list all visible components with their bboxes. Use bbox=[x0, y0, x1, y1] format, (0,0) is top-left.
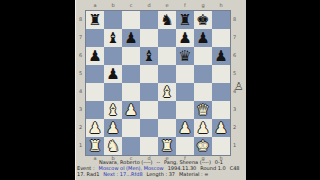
square-c2[interactable] bbox=[122, 119, 140, 137]
coord-label: 1 bbox=[79, 136, 82, 154]
next-move[interactable]: Next : 17...Rfd8 bbox=[103, 171, 142, 177]
square-c1[interactable] bbox=[122, 137, 140, 155]
video-frame: { "game": "chess", "position": { "fen": … bbox=[0, 0, 320, 180]
square-d3[interactable] bbox=[140, 101, 158, 119]
square-h5[interactable] bbox=[212, 65, 230, 83]
white-pawn-piece: ♟ bbox=[178, 119, 191, 137]
square-e3[interactable] bbox=[158, 101, 176, 119]
white-pawn-icon: ♙ bbox=[234, 80, 244, 93]
black-bishop-piece: ♝ bbox=[106, 29, 119, 47]
coord-label: h bbox=[212, 2, 230, 8]
square-d5[interactable] bbox=[140, 65, 158, 83]
square-e5[interactable] bbox=[158, 65, 176, 83]
coord-label: c bbox=[122, 2, 140, 8]
coord-label: 3 bbox=[233, 100, 236, 118]
square-f5[interactable] bbox=[176, 65, 194, 83]
square-a7[interactable] bbox=[86, 29, 104, 47]
coord-label: 6 bbox=[233, 46, 236, 64]
square-g3[interactable]: ♛ bbox=[194, 101, 212, 119]
chess-app-panel: abcdefgh 87654321 87654321 ♜♞♜♚♝♟♟♟♟♝♛♟♟… bbox=[75, 0, 246, 180]
black-pawn-piece: ♟ bbox=[178, 29, 191, 47]
coord-label: 2 bbox=[79, 118, 82, 136]
black-queen-piece: ♛ bbox=[178, 47, 191, 65]
event-label: Event : bbox=[77, 165, 95, 171]
square-d1[interactable] bbox=[140, 137, 158, 155]
square-d7[interactable] bbox=[140, 29, 158, 47]
game-length: Length : 37 bbox=[147, 171, 175, 177]
square-h7[interactable] bbox=[212, 29, 230, 47]
chess-board[interactable]: ♜♞♜♚♝♟♟♟♟♝♛♟♟♝♝♟♛♟♟♟♟♟♜♞♜♚ bbox=[85, 10, 231, 156]
square-d6[interactable]: ♝ bbox=[140, 47, 158, 65]
square-c8[interactable] bbox=[122, 11, 140, 29]
square-b1[interactable]: ♞ bbox=[104, 137, 122, 155]
square-h6[interactable]: ♟ bbox=[212, 47, 230, 65]
square-c7[interactable]: ♟ bbox=[122, 29, 140, 47]
coord-label: 7 bbox=[79, 28, 82, 46]
square-b6[interactable] bbox=[104, 47, 122, 65]
white-pawn-piece: ♟ bbox=[124, 101, 137, 119]
square-d2[interactable] bbox=[140, 119, 158, 137]
square-g4[interactable] bbox=[194, 83, 212, 101]
black-pawn-piece: ♟ bbox=[124, 29, 137, 47]
square-b8[interactable] bbox=[104, 11, 122, 29]
coord-label: b bbox=[104, 2, 122, 8]
square-g7[interactable]: ♟ bbox=[194, 29, 212, 47]
square-e2[interactable] bbox=[158, 119, 176, 137]
square-b4[interactable] bbox=[104, 83, 122, 101]
square-e8[interactable]: ♞ bbox=[158, 11, 176, 29]
square-f1[interactable] bbox=[176, 137, 194, 155]
square-b7[interactable]: ♝ bbox=[104, 29, 122, 47]
square-e4[interactable]: ♝ bbox=[158, 83, 176, 101]
square-c3[interactable]: ♟ bbox=[122, 101, 140, 119]
white-pawn-piece: ♟ bbox=[88, 119, 101, 137]
coord-label: 8 bbox=[79, 10, 82, 28]
square-h3[interactable] bbox=[212, 101, 230, 119]
coord-label: 7 bbox=[233, 28, 236, 46]
current-move: 17. Rad1 bbox=[77, 171, 99, 177]
coord-label: e bbox=[158, 2, 176, 8]
move-status-line: 17. Rad1Next : 17...Rfd8Length : 37Mater… bbox=[76, 172, 246, 178]
black-pawn-piece: ♟ bbox=[196, 29, 209, 47]
coord-label: 6 bbox=[79, 46, 82, 64]
black-pawn-piece: ♟ bbox=[214, 47, 227, 65]
square-g2[interactable]: ♟ bbox=[194, 119, 212, 137]
white-pawn-piece: ♟ bbox=[214, 119, 227, 137]
coord-label: d bbox=[140, 2, 158, 8]
square-a3[interactable] bbox=[86, 101, 104, 119]
file-labels-top: abcdefgh bbox=[86, 2, 230, 8]
square-b2[interactable]: ♟ bbox=[104, 119, 122, 137]
white-bishop-piece: ♝ bbox=[160, 83, 173, 101]
square-g5[interactable] bbox=[194, 65, 212, 83]
coord-label: 3 bbox=[79, 100, 82, 118]
square-h1[interactable] bbox=[212, 137, 230, 155]
square-c6[interactable] bbox=[122, 47, 140, 65]
black-pawn-piece: ♟ bbox=[106, 65, 119, 83]
black-bishop-piece: ♝ bbox=[142, 47, 155, 65]
square-a4[interactable] bbox=[86, 83, 104, 101]
square-a6[interactable]: ♟ bbox=[86, 47, 104, 65]
square-e7[interactable] bbox=[158, 29, 176, 47]
white-king-piece: ♚ bbox=[196, 137, 209, 155]
square-h4[interactable] bbox=[212, 83, 230, 101]
square-e6[interactable] bbox=[158, 47, 176, 65]
square-e1[interactable]: ♜ bbox=[158, 137, 176, 155]
white-bishop-piece: ♝ bbox=[106, 101, 119, 119]
square-a8[interactable]: ♜ bbox=[86, 11, 104, 29]
coord-label: 1 bbox=[233, 136, 236, 154]
white-rook-piece: ♜ bbox=[88, 137, 101, 155]
coord-label: g bbox=[194, 2, 212, 8]
coord-label: a bbox=[86, 2, 104, 8]
black-rook-piece: ♜ bbox=[178, 11, 191, 29]
white-knight-piece: ♞ bbox=[106, 137, 119, 155]
rank-labels-left: 87654321 bbox=[79, 10, 82, 154]
square-f4[interactable] bbox=[176, 83, 194, 101]
square-a5[interactable] bbox=[86, 65, 104, 83]
square-a2[interactable]: ♟ bbox=[86, 119, 104, 137]
event-link[interactable]: Moscow ol (Men), Moscow bbox=[99, 165, 164, 171]
square-a1[interactable]: ♜ bbox=[86, 137, 104, 155]
black-king-piece: ♚ bbox=[196, 11, 209, 29]
square-d4[interactable] bbox=[140, 83, 158, 101]
coord-label: 5 bbox=[79, 64, 82, 82]
square-d8[interactable] bbox=[140, 11, 158, 29]
event-round: Round 1.0 bbox=[200, 165, 225, 171]
square-c4[interactable] bbox=[122, 83, 140, 101]
square-f3[interactable] bbox=[176, 101, 194, 119]
square-g8[interactable]: ♚ bbox=[194, 11, 212, 29]
material-balance: Material : = bbox=[179, 171, 208, 177]
square-h2[interactable]: ♟ bbox=[212, 119, 230, 137]
square-g1[interactable]: ♚ bbox=[194, 137, 212, 155]
square-f6[interactable]: ♛ bbox=[176, 47, 194, 65]
black-pawn-piece: ♟ bbox=[88, 47, 101, 65]
coord-label: 4 bbox=[79, 82, 82, 100]
game-caption: Navara, Roberto (----)--Pang, Sheena (--… bbox=[76, 160, 246, 178]
white-queen-piece: ♛ bbox=[196, 101, 209, 119]
eco-code: C48 bbox=[230, 165, 240, 171]
coord-label: 2 bbox=[233, 118, 236, 136]
square-b5[interactable]: ♟ bbox=[104, 65, 122, 83]
white-pawn-piece: ♟ bbox=[196, 119, 209, 137]
white-rook-piece: ♜ bbox=[160, 137, 173, 155]
black-knight-piece: ♞ bbox=[160, 11, 173, 29]
square-f2[interactable]: ♟ bbox=[176, 119, 194, 137]
black-rook-piece: ♜ bbox=[88, 11, 101, 29]
square-c5[interactable] bbox=[122, 65, 140, 83]
square-g6[interactable] bbox=[194, 47, 212, 65]
coord-label: f bbox=[176, 2, 194, 8]
square-b3[interactable]: ♝ bbox=[104, 101, 122, 119]
square-f8[interactable]: ♜ bbox=[176, 11, 194, 29]
square-h8[interactable] bbox=[212, 11, 230, 29]
coord-label: 8 bbox=[233, 10, 236, 28]
event-date: 1994.11.30 bbox=[168, 165, 197, 171]
square-f7[interactable]: ♟ bbox=[176, 29, 194, 47]
white-pawn-piece: ♟ bbox=[106, 119, 119, 137]
